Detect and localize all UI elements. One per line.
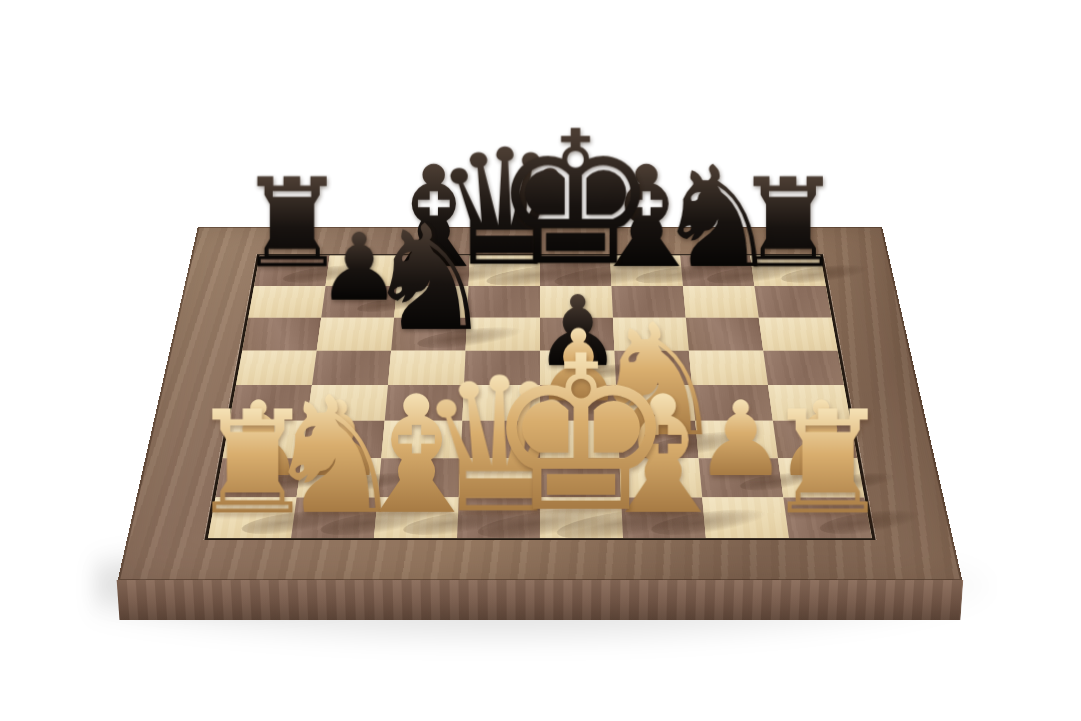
square-c7[interactable] [394, 286, 468, 318]
square-h6[interactable] [759, 318, 838, 351]
square-h8[interactable] [750, 256, 826, 286]
board-playing-area: ♜♝♛♚♝♞♜♟♞♟♟♞♟♟♟♟♜♞♝♛♚♝♜ [208, 256, 872, 539]
rook-glyph: ♜ [764, 407, 892, 521]
square-f8[interactable] [610, 256, 683, 286]
square-b6[interactable] [317, 318, 394, 351]
square-d8[interactable] [469, 256, 540, 286]
square-b8[interactable] [326, 256, 400, 286]
chessboard: ♜♝♛♚♝♞♜♟♞♟♟♞♟♟♟♟♜♞♝♛♚♝♜ [118, 227, 962, 580]
square-a7[interactable] [248, 286, 325, 318]
square-b7[interactable] [321, 286, 397, 318]
square-h7[interactable] [754, 286, 831, 318]
king-glyph: ♚ [493, 125, 659, 273]
square-g8[interactable] [680, 256, 754, 286]
king-glyph: ♚ [485, 350, 677, 521]
bishop-glyph: ♝ [344, 391, 489, 521]
square-e8[interactable] [540, 256, 611, 286]
square-c8[interactable] [397, 256, 470, 286]
board-front-edge [117, 580, 964, 620]
square-a8[interactable] [254, 256, 330, 286]
square-a6[interactable] [242, 318, 321, 351]
